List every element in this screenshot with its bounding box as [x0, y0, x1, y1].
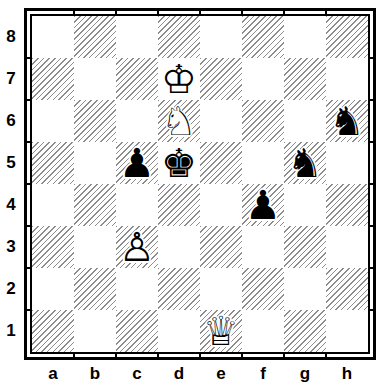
square-g6[interactable] — [284, 100, 326, 142]
square-d1[interactable] — [158, 310, 200, 352]
square-d8[interactable] — [158, 16, 200, 58]
square-f6[interactable] — [242, 100, 284, 142]
piece-white-queen-e1[interactable]: ♛♕ — [200, 310, 242, 352]
square-g7[interactable] — [284, 58, 326, 100]
square-c6[interactable] — [116, 100, 158, 142]
border-tick-right-7 — [370, 309, 373, 311]
square-b7[interactable] — [74, 58, 116, 100]
square-d3[interactable] — [158, 226, 200, 268]
square-c4[interactable] — [116, 184, 158, 226]
square-e2[interactable] — [200, 268, 242, 310]
square-d5[interactable]: ♚♚ — [158, 142, 200, 184]
square-g2[interactable] — [284, 268, 326, 310]
piece-glyph: ♘ — [158, 100, 200, 142]
file-label-c: c — [116, 360, 158, 387]
piece-white-pawn-c3[interactable]: ♟♙ — [116, 226, 158, 268]
piece-glyph: ♞ — [326, 100, 368, 142]
square-d6[interactable]: ♞♘ — [158, 100, 200, 142]
piece-glyph: ♔ — [158, 58, 200, 100]
border-tick-bottom-1 — [73, 354, 75, 357]
chess-diagram: 87654321 ♚♔♞♘♞♞♟♟♚♚♞♞♟♟♟♙♛♕ abcdefgh — [0, 0, 382, 387]
piece-black-knight-g5[interactable]: ♞♞ — [284, 142, 326, 184]
square-a5[interactable] — [32, 142, 74, 184]
square-h7[interactable] — [326, 58, 368, 100]
border-tick-right-5 — [370, 225, 373, 227]
square-a7[interactable] — [32, 58, 74, 100]
square-h6[interactable]: ♞♞ — [326, 100, 368, 142]
file-label-h: h — [326, 360, 368, 387]
border-tick-right-4 — [370, 183, 373, 185]
square-a3[interactable] — [32, 226, 74, 268]
piece-glyph: ♚ — [158, 142, 200, 184]
square-f5[interactable] — [242, 142, 284, 184]
square-e3[interactable] — [200, 226, 242, 268]
square-b2[interactable] — [74, 268, 116, 310]
border-tick-right-2 — [370, 99, 373, 101]
square-a4[interactable] — [32, 184, 74, 226]
piece-glyph: ♞ — [284, 142, 326, 184]
chess-board: ♚♔♞♘♞♞♟♟♚♚♞♞♟♟♟♙♛♕ — [30, 14, 370, 354]
square-h2[interactable] — [326, 268, 368, 310]
square-e6[interactable] — [200, 100, 242, 142]
square-g3[interactable] — [284, 226, 326, 268]
border-tick-right-3 — [370, 141, 373, 143]
square-h8[interactable] — [326, 16, 368, 58]
piece-black-pawn-f4[interactable]: ♟♟ — [242, 184, 284, 226]
piece-white-knight-d6[interactable]: ♞♘ — [158, 100, 200, 142]
square-b4[interactable] — [74, 184, 116, 226]
file-label-g: g — [284, 360, 326, 387]
file-label-d: d — [158, 360, 200, 387]
square-b5[interactable] — [74, 142, 116, 184]
square-b6[interactable] — [74, 100, 116, 142]
border-tick-right-6 — [370, 267, 373, 269]
square-c8[interactable] — [116, 16, 158, 58]
square-e8[interactable] — [200, 16, 242, 58]
rank-label-2: 2 — [0, 268, 22, 310]
piece-glyph: ♙ — [116, 226, 158, 268]
file-label-f: f — [242, 360, 284, 387]
square-a2[interactable] — [32, 268, 74, 310]
border-tick-right-1 — [370, 57, 373, 59]
border-tick-bottom-5 — [241, 354, 243, 357]
square-b1[interactable] — [74, 310, 116, 352]
board-frame: ♚♔♞♘♞♞♟♟♚♚♞♞♟♟♟♙♛♕ — [24, 8, 376, 360]
square-e4[interactable] — [200, 184, 242, 226]
square-f3[interactable] — [242, 226, 284, 268]
square-c7[interactable] — [116, 58, 158, 100]
rank-label-4: 4 — [0, 184, 22, 226]
square-h3[interactable] — [326, 226, 368, 268]
rank-label-5: 5 — [0, 142, 22, 184]
border-tick-bottom-2 — [115, 354, 117, 357]
piece-glyph: ♕ — [200, 310, 242, 352]
rank-label-1: 1 — [0, 310, 22, 352]
rank-label-7: 7 — [0, 58, 22, 100]
piece-black-knight-h6[interactable]: ♞♞ — [326, 100, 368, 142]
square-g4[interactable] — [284, 184, 326, 226]
square-a6[interactable] — [32, 100, 74, 142]
square-d7[interactable]: ♚♔ — [158, 58, 200, 100]
square-f4[interactable]: ♟♟ — [242, 184, 284, 226]
piece-glyph: ♟ — [116, 142, 158, 184]
square-f7[interactable] — [242, 58, 284, 100]
square-c1[interactable] — [116, 310, 158, 352]
square-h5[interactable] — [326, 142, 368, 184]
square-f1[interactable] — [242, 310, 284, 352]
rank-label-6: 6 — [0, 100, 22, 142]
square-d4[interactable] — [158, 184, 200, 226]
piece-black-king-d5[interactable]: ♚♚ — [158, 142, 200, 184]
square-a8[interactable] — [32, 16, 74, 58]
file-label-e: e — [200, 360, 242, 387]
square-f8[interactable] — [242, 16, 284, 58]
square-c5[interactable]: ♟♟ — [116, 142, 158, 184]
border-tick-bottom-7 — [325, 354, 327, 357]
rank-label-8: 8 — [0, 16, 22, 58]
border-tick-bottom-6 — [283, 354, 285, 357]
file-label-a: a — [32, 360, 74, 387]
square-e5[interactable] — [200, 142, 242, 184]
piece-glyph: ♟ — [242, 184, 284, 226]
square-b8[interactable] — [74, 16, 116, 58]
square-g1[interactable] — [284, 310, 326, 352]
square-e7[interactable] — [200, 58, 242, 100]
piece-black-pawn-c5[interactable]: ♟♟ — [116, 142, 158, 184]
square-h4[interactable] — [326, 184, 368, 226]
square-a1[interactable] — [32, 310, 74, 352]
file-label-b: b — [74, 360, 116, 387]
rank-label-3: 3 — [0, 226, 22, 268]
square-c2[interactable] — [116, 268, 158, 310]
square-b3[interactable] — [74, 226, 116, 268]
square-g5[interactable]: ♞♞ — [284, 142, 326, 184]
square-c3[interactable]: ♟♙ — [116, 226, 158, 268]
border-tick-bottom-3 — [157, 354, 159, 357]
piece-white-king-d7[interactable]: ♚♔ — [158, 58, 200, 100]
square-d2[interactable] — [158, 268, 200, 310]
square-f2[interactable] — [242, 268, 284, 310]
square-g8[interactable] — [284, 16, 326, 58]
square-e1[interactable]: ♛♕ — [200, 310, 242, 352]
border-tick-bottom-4 — [199, 354, 201, 357]
square-h1[interactable] — [326, 310, 368, 352]
